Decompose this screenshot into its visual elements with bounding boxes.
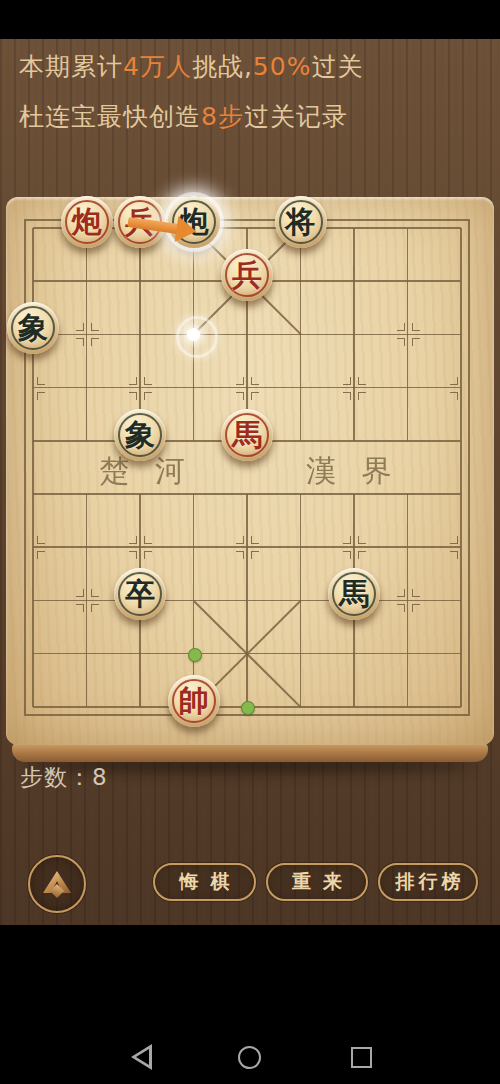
piece-character: 象: [114, 409, 166, 461]
piece-character: 将: [275, 196, 327, 248]
point-marker: [37, 551, 45, 559]
point-marker: [358, 536, 366, 544]
nav-recents-icon[interactable]: [351, 1047, 372, 1068]
grid-vline: [86, 228, 88, 441]
leaderboard-button[interactable]: 排行榜: [378, 863, 478, 901]
move-counter: 步数：8: [20, 762, 108, 793]
arrow-body: [127, 217, 178, 234]
point-marker: [397, 323, 405, 331]
point-marker: [37, 377, 45, 385]
point-marker: [144, 551, 152, 559]
nav-home-icon[interactable]: [238, 1046, 261, 1069]
point-marker: [397, 604, 405, 612]
arrow-head: [174, 216, 197, 245]
point-marker: [450, 536, 458, 544]
point-marker: [144, 536, 152, 544]
point-marker: [236, 392, 244, 400]
point-marker: [236, 536, 244, 544]
expand-button[interactable]: [28, 855, 86, 913]
nav-back-icon[interactable]: [131, 1044, 152, 1070]
point-marker: [129, 536, 137, 544]
restart-button[interactable]: 重来: [266, 863, 368, 901]
undo-button[interactable]: 悔棋: [153, 863, 256, 901]
app-screen: 本期累计4万人挑战,50%过关 杜连宝最快创造8步过关记录 炮兵炮将兵象象馬卒馬…: [0, 0, 500, 1084]
move-counter-value: 8: [92, 764, 108, 790]
piece-black-soldier[interactable]: 卒: [114, 568, 166, 620]
piece-red-soldier[interactable]: 兵: [221, 249, 273, 301]
point-marker: [251, 551, 259, 559]
point-marker: [412, 338, 420, 346]
point-marker: [91, 323, 99, 331]
point-marker: [236, 551, 244, 559]
piece-red-horse[interactable]: 馬: [221, 409, 273, 461]
point-marker: [343, 536, 351, 544]
piece-black-general[interactable]: 将: [275, 196, 327, 248]
piece-character: 馬: [221, 409, 273, 461]
piece-black-elephant[interactable]: 象: [114, 409, 166, 461]
point-marker: [251, 536, 259, 544]
point-marker: [129, 551, 137, 559]
grid-vline: [460, 228, 462, 707]
point-marker: [358, 377, 366, 385]
point-marker: [144, 392, 152, 400]
piece-red-cannon[interactable]: 炮: [61, 196, 113, 248]
point-marker: [144, 377, 152, 385]
point-marker: [251, 377, 259, 385]
piece-character: 象: [7, 302, 59, 354]
point-marker: [236, 377, 244, 385]
grid-vline: [246, 494, 248, 707]
point-marker: [91, 338, 99, 346]
point-marker: [412, 323, 420, 331]
point-marker: [343, 551, 351, 559]
piece-character: 帥: [168, 675, 220, 727]
point-marker: [76, 589, 84, 597]
piece-character: 馬: [328, 568, 380, 620]
piece-black-horse[interactable]: 馬: [328, 568, 380, 620]
grid-vline: [353, 228, 355, 441]
point-marker: [397, 589, 405, 597]
point-marker: [450, 392, 458, 400]
move-counter-label: 步数：: [20, 764, 92, 790]
point-marker: [76, 323, 84, 331]
point-marker: [450, 377, 458, 385]
nav-bar: Bai du 经验 jingyan.baidu.com: [0, 925, 500, 1084]
grid-vline: [407, 494, 409, 707]
grid-vline: [407, 228, 409, 441]
piece-black-elephant[interactable]: 象: [7, 302, 59, 354]
piece-character: 兵: [221, 249, 273, 301]
piece-character: 卒: [114, 568, 166, 620]
point-marker: [343, 392, 351, 400]
piece-red-general[interactable]: 帥: [168, 675, 220, 727]
point-marker: [397, 338, 405, 346]
point-marker: [450, 551, 458, 559]
point-marker: [343, 377, 351, 385]
point-marker: [129, 392, 137, 400]
point-marker: [251, 392, 259, 400]
point-marker: [76, 338, 84, 346]
piece-character: 炮: [61, 196, 113, 248]
sparkle-effect-dot: [187, 328, 200, 341]
point-marker: [412, 604, 420, 612]
point-marker: [129, 377, 137, 385]
point-marker: [91, 589, 99, 597]
river-label-han-jie: 漢 界: [288, 451, 418, 492]
point-marker: [76, 604, 84, 612]
legal-move-dot[interactable]: [241, 701, 255, 715]
point-marker: [358, 392, 366, 400]
board-grid[interactable]: 炮兵炮将兵象象馬卒馬帥: [0, 0, 500, 1084]
point-marker: [91, 604, 99, 612]
legal-move-dot[interactable]: [188, 648, 202, 662]
point-marker: [37, 536, 45, 544]
grid-vline: [86, 494, 88, 707]
point-marker: [358, 551, 366, 559]
point-marker: [412, 589, 420, 597]
point-marker: [37, 392, 45, 400]
grid-vline: [32, 228, 34, 707]
